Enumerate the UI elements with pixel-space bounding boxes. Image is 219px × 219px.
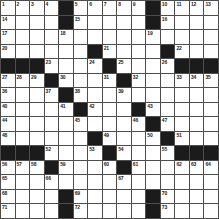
black-cell-r4-c2 — [30, 59, 44, 73]
cell-r12-c12[interactable] — [175, 175, 189, 189]
cell-r8-c9[interactable]: 46 — [132, 117, 146, 131]
black-cell-r14-c10 — [146, 204, 160, 218]
black-cell-r14-c4 — [59, 204, 73, 218]
clue-number-57: 57 — [17, 161, 22, 167]
clue-number-20: 20 — [2, 45, 7, 51]
clue-number-59: 59 — [60, 161, 65, 167]
cell-r1-c5[interactable]: 15 — [74, 16, 88, 30]
clue-number-65: 65 — [2, 175, 7, 181]
cell-r5-c4[interactable]: 30 — [59, 74, 73, 88]
clue-number-56: 56 — [2, 161, 7, 167]
cell-r10-c6[interactable]: 53 — [88, 146, 102, 160]
clue-number-6: 6 — [89, 1, 92, 7]
cell-r0-c12[interactable]: 11 — [175, 1, 189, 15]
cell-r11-c7[interactable]: 60 — [103, 161, 117, 175]
cell-r9-c4[interactable] — [59, 132, 73, 146]
cell-r0-c8[interactable]: 8 — [117, 1, 131, 15]
cell-r3-c3[interactable] — [45, 45, 59, 59]
cell-r2-c1[interactable] — [16, 30, 30, 44]
cell-r8-c1[interactable] — [16, 117, 30, 131]
cell-r9-c1[interactable] — [16, 132, 30, 146]
cell-r1-c2[interactable] — [30, 16, 44, 30]
cell-r13-c5[interactable]: 69 — [74, 190, 88, 204]
cell-r8-c13[interactable] — [190, 117, 204, 131]
black-cell-r6-c4 — [59, 88, 73, 102]
cell-r13-c9[interactable] — [132, 190, 146, 204]
cell-r10-c9[interactable] — [132, 146, 146, 160]
cell-r7-c12[interactable] — [175, 103, 189, 117]
clue-number-30: 30 — [60, 74, 65, 80]
clue-number-23: 23 — [46, 59, 51, 65]
black-cell-r7-c9 — [132, 103, 146, 117]
black-cell-r10-c14 — [204, 146, 218, 160]
cell-r0-c14[interactable]: 13 — [204, 1, 218, 15]
clue-number-2: 2 — [17, 1, 20, 7]
black-cell-r10-c1 — [16, 146, 30, 160]
black-cell-r13-c4 — [59, 190, 73, 204]
cell-r14-c13[interactable] — [190, 204, 204, 218]
clue-number-35: 35 — [205, 74, 210, 80]
clue-number-13: 13 — [205, 1, 210, 7]
clue-number-19: 19 — [147, 30, 152, 36]
cell-r0-c9[interactable]: 9 — [132, 1, 146, 15]
cell-r2-c13[interactable] — [190, 30, 204, 44]
black-cell-r7-c5 — [74, 103, 88, 117]
cell-r5-c11[interactable] — [161, 74, 175, 88]
clue-number-50: 50 — [147, 132, 152, 138]
cell-r12-c2[interactable] — [30, 175, 44, 189]
cell-r0-c6[interactable]: 6 — [88, 1, 102, 15]
cell-r11-c1[interactable]: 57 — [16, 161, 30, 175]
cell-r3-c2[interactable] — [30, 45, 44, 59]
clue-number-38: 38 — [75, 88, 80, 94]
cell-r6-c5[interactable]: 38 — [74, 88, 88, 102]
clue-number-28: 28 — [17, 74, 22, 80]
cell-r14-c8[interactable] — [117, 204, 131, 218]
cell-r2-c10[interactable]: 19 — [146, 30, 160, 44]
cell-r7-c13[interactable] — [190, 103, 204, 117]
cell-r1-c14[interactable] — [204, 16, 218, 30]
cell-r8-c7[interactable] — [103, 117, 117, 131]
clue-number-67: 67 — [118, 175, 123, 181]
cell-r11-c4[interactable]: 59 — [59, 161, 73, 175]
cell-r12-c6[interactable] — [88, 175, 102, 189]
clue-number-51: 51 — [176, 132, 181, 138]
cell-r10-c10[interactable] — [146, 146, 160, 160]
cell-r4-c3[interactable]: 23 — [45, 59, 59, 73]
black-cell-r1-c4 — [59, 16, 73, 30]
cell-r14-c3[interactable] — [45, 204, 59, 218]
cell-r11-c10[interactable] — [146, 161, 160, 175]
clue-number-29: 29 — [31, 74, 36, 80]
clue-number-39: 39 — [118, 88, 123, 94]
cell-r13-c0[interactable]: 68 — [1, 190, 15, 204]
cell-r12-c0[interactable]: 65 — [1, 175, 15, 189]
cell-r3-c7[interactable]: 21 — [103, 45, 117, 59]
cell-r14-c5[interactable]: 72 — [74, 204, 88, 218]
black-cell-r4-c1 — [16, 59, 30, 73]
black-cell-r9-c6 — [88, 132, 102, 146]
cell-r4-c9[interactable] — [132, 59, 146, 73]
cell-r11-c0[interactable]: 56 — [1, 161, 15, 175]
cell-r8-c3[interactable] — [45, 117, 59, 131]
cell-r3-c4[interactable] — [59, 45, 73, 59]
black-cell-r11-c3 — [45, 161, 59, 175]
cell-r1-c9[interactable] — [132, 16, 146, 30]
clue-number-44: 44 — [2, 117, 7, 123]
clue-number-3: 3 — [31, 1, 34, 7]
cell-r2-c7[interactable] — [103, 30, 117, 44]
clue-number-52: 52 — [46, 146, 51, 152]
black-cell-r4-c0 — [1, 59, 15, 73]
cell-r13-c12[interactable] — [175, 190, 189, 204]
cell-r5-c14[interactable]: 35 — [204, 74, 218, 88]
cell-r3-c12[interactable]: 22 — [175, 45, 189, 59]
clue-number-64: 64 — [205, 161, 210, 167]
cell-r4-c4[interactable] — [59, 59, 73, 73]
cell-r3-c13[interactable] — [190, 45, 204, 59]
clue-number-24: 24 — [89, 59, 94, 65]
cell-r8-c6[interactable] — [88, 117, 102, 131]
cell-r9-c13[interactable] — [190, 132, 204, 146]
cell-r9-c14[interactable] — [204, 132, 218, 146]
cell-r8-c5[interactable]: 45 — [74, 117, 88, 131]
cell-r12-c8[interactable]: 67 — [117, 175, 131, 189]
clue-number-63: 63 — [191, 161, 196, 167]
cell-r9-c7[interactable]: 49 — [103, 132, 117, 146]
cell-r6-c8[interactable]: 39 — [117, 88, 131, 102]
cell-r2-c0[interactable]: 17 — [1, 30, 15, 44]
cell-r7-c11[interactable] — [161, 103, 175, 117]
cell-r5-c12[interactable]: 33 — [175, 74, 189, 88]
cell-r1-c3[interactable] — [45, 16, 59, 30]
clue-number-55: 55 — [162, 146, 167, 152]
clue-number-12: 12 — [191, 1, 196, 7]
cell-r14-c14[interactable] — [204, 204, 218, 218]
cell-r5-c7[interactable]: 31 — [103, 74, 117, 88]
cell-r11-c11[interactable] — [161, 161, 175, 175]
clue-number-8: 8 — [118, 1, 121, 7]
cell-r5-c10[interactable] — [146, 74, 160, 88]
cell-r12-c13[interactable] — [190, 175, 204, 189]
cell-r3-c9[interactable] — [132, 45, 146, 59]
black-cell-r11-c8 — [117, 161, 131, 175]
cell-r1-c11[interactable]: 16 — [161, 16, 175, 30]
black-cell-r10-c0 — [1, 146, 15, 160]
cell-r8-c12[interactable] — [175, 117, 189, 131]
clue-number-47: 47 — [162, 117, 167, 123]
black-cell-r3-c6 — [88, 45, 102, 59]
cell-r3-c14[interactable] — [204, 45, 218, 59]
clue-number-54: 54 — [118, 146, 123, 152]
cell-r2-c4[interactable]: 18 — [59, 30, 73, 44]
clue-number-45: 45 — [75, 117, 80, 123]
cell-r2-c2[interactable] — [30, 30, 44, 44]
cell-r3-c5[interactable] — [74, 45, 88, 59]
cell-r12-c4[interactable] — [59, 175, 73, 189]
cell-r10-c4[interactable] — [59, 146, 73, 160]
cell-r6-c1[interactable] — [16, 88, 30, 102]
cell-r6-c12[interactable] — [175, 88, 189, 102]
clue-number-17: 17 — [2, 30, 7, 36]
clue-number-69: 69 — [75, 190, 80, 196]
cell-r1-c13[interactable] — [190, 16, 204, 30]
clue-number-60: 60 — [104, 161, 109, 167]
cell-r13-c14[interactable] — [204, 190, 218, 204]
cell-r0-c1[interactable]: 2 — [16, 1, 30, 15]
cell-r3-c0[interactable]: 20 — [1, 45, 15, 59]
cell-r1-c6[interactable] — [88, 16, 102, 30]
cell-r14-c12[interactable] — [175, 204, 189, 218]
cell-r12-c3[interactable]: 66 — [45, 175, 59, 189]
cell-r7-c8[interactable] — [117, 103, 131, 117]
cell-r12-c10[interactable] — [146, 175, 160, 189]
cell-r6-c7[interactable] — [103, 88, 117, 102]
cell-r13-c3[interactable] — [45, 190, 59, 204]
cell-r14-c7[interactable] — [103, 204, 117, 218]
cell-r7-c7[interactable] — [103, 103, 117, 117]
black-cell-r13-c10 — [146, 190, 160, 204]
cell-r2-c9[interactable] — [132, 30, 146, 44]
cell-r13-c2[interactable] — [30, 190, 44, 204]
cell-r4-c5[interactable] — [74, 59, 88, 73]
clue-number-1: 1 — [2, 1, 5, 7]
cell-r7-c0[interactable]: 40 — [1, 103, 15, 117]
cell-r10-c3[interactable]: 52 — [45, 146, 59, 160]
crossword-board: 1234567891011121314151617181920212223242… — [0, 0, 219, 219]
clue-number-58: 58 — [31, 161, 36, 167]
cell-r7-c1[interactable] — [16, 103, 30, 117]
cell-r14-c6[interactable] — [88, 204, 102, 218]
black-cell-r10-c12 — [175, 146, 189, 160]
clue-number-43: 43 — [147, 103, 152, 109]
black-cell-r4-c14 — [204, 59, 218, 73]
cell-r13-c7[interactable] — [103, 190, 117, 204]
cell-r5-c5[interactable] — [74, 74, 88, 88]
cell-r6-c13[interactable] — [190, 88, 204, 102]
cell-r0-c0[interactable]: 1 — [1, 1, 15, 15]
cell-r14-c9[interactable] — [132, 204, 146, 218]
clue-number-32: 32 — [133, 74, 138, 80]
cell-r7-c3[interactable] — [45, 103, 59, 117]
cell-r11-c13[interactable]: 63 — [190, 161, 204, 175]
cell-r6-c3[interactable]: 37 — [45, 88, 59, 102]
cell-r1-c8[interactable] — [117, 16, 131, 30]
cell-r2-c11[interactable] — [161, 30, 175, 44]
black-cell-r10-c7 — [103, 146, 117, 160]
clue-number-22: 22 — [176, 45, 181, 51]
clue-number-10: 10 — [162, 1, 167, 7]
cell-r2-c14[interactable] — [204, 30, 218, 44]
cell-r9-c12[interactable]: 51 — [175, 132, 189, 146]
clue-number-14: 14 — [2, 16, 7, 22]
clue-number-11: 11 — [176, 1, 181, 7]
cell-r8-c8[interactable] — [117, 117, 131, 131]
cell-r3-c1[interactable] — [16, 45, 30, 59]
cell-r10-c5[interactable] — [74, 146, 88, 160]
clue-number-68: 68 — [2, 190, 7, 196]
cell-r11-c6[interactable] — [88, 161, 102, 175]
cell-r2-c6[interactable] — [88, 30, 102, 44]
cell-r5-c13[interactable]: 34 — [190, 74, 204, 88]
clue-number-46: 46 — [133, 117, 138, 123]
cell-r0-c5[interactable]: 5 — [74, 1, 88, 15]
cell-r0-c7[interactable]: 7 — [103, 1, 117, 15]
clue-number-9: 9 — [133, 1, 136, 7]
cell-r13-c1[interactable] — [16, 190, 30, 204]
cell-r4-c10[interactable] — [146, 59, 160, 73]
cell-r8-c14[interactable] — [204, 117, 218, 131]
cell-r11-c14[interactable]: 64 — [204, 161, 218, 175]
cell-r7-c14[interactable] — [204, 103, 218, 117]
cell-r0-c3[interactable]: 4 — [45, 1, 59, 15]
cell-r12-c1[interactable] — [16, 175, 30, 189]
clue-number-4: 4 — [46, 1, 49, 7]
cell-r14-c1[interactable] — [16, 204, 30, 218]
black-cell-r0-c4 — [59, 1, 73, 15]
cell-r6-c0[interactable]: 36 — [1, 88, 15, 102]
cell-r14-c0[interactable]: 71 — [1, 204, 15, 218]
clue-number-72: 72 — [75, 204, 80, 210]
clue-number-25: 25 — [118, 59, 123, 65]
black-cell-r4-c13 — [190, 59, 204, 73]
cell-r5-c1[interactable]: 28 — [16, 74, 30, 88]
black-cell-r4-c12 — [175, 59, 189, 73]
cell-r10-c8[interactable]: 54 — [117, 146, 131, 160]
cell-r5-c0[interactable]: 27 — [1, 74, 15, 88]
cell-r1-c7[interactable] — [103, 16, 117, 30]
cell-r9-c0[interactable]: 48 — [1, 132, 15, 146]
cell-r7-c10[interactable]: 43 — [146, 103, 160, 117]
clue-number-36: 36 — [2, 88, 7, 94]
cell-r2-c5[interactable] — [74, 30, 88, 44]
cell-r3-c8[interactable] — [117, 45, 131, 59]
clue-number-62: 62 — [176, 161, 181, 167]
clue-number-21: 21 — [104, 45, 109, 51]
cell-r1-c12[interactable] — [175, 16, 189, 30]
cell-r6-c14[interactable] — [204, 88, 218, 102]
cell-r11-c12[interactable]: 62 — [175, 161, 189, 175]
black-cell-r9-c11 — [161, 132, 175, 146]
cell-r0-c13[interactable]: 12 — [190, 1, 204, 15]
cell-r0-c2[interactable]: 3 — [30, 1, 44, 15]
cell-r11-c5[interactable] — [74, 161, 88, 175]
clue-number-40: 40 — [2, 103, 7, 109]
cell-r6-c10[interactable] — [146, 88, 160, 102]
clue-number-27: 27 — [2, 74, 7, 80]
cell-r7-c4[interactable]: 41 — [59, 103, 73, 117]
cell-r0-c11[interactable]: 10 — [161, 1, 175, 15]
cell-r13-c6[interactable] — [88, 190, 102, 204]
black-cell-r4-c7 — [103, 59, 117, 73]
cell-r5-c9[interactable]: 32 — [132, 74, 146, 88]
cell-r1-c1[interactable] — [16, 16, 30, 30]
clue-number-48: 48 — [2, 132, 7, 138]
cell-r12-c14[interactable] — [204, 175, 218, 189]
clue-number-16: 16 — [162, 16, 167, 22]
cell-r8-c2[interactable] — [30, 117, 44, 131]
black-cell-r3-c11 — [161, 45, 175, 59]
cell-r11-c9[interactable]: 61 — [132, 161, 146, 175]
cell-r9-c5[interactable] — [74, 132, 88, 146]
cell-r12-c11[interactable] — [161, 175, 175, 189]
cell-r9-c2[interactable] — [30, 132, 44, 146]
clue-number-34: 34 — [191, 74, 196, 80]
cell-r8-c11[interactable]: 47 — [161, 117, 175, 131]
black-cell-r10-c13 — [190, 146, 204, 160]
cell-r6-c11[interactable] — [161, 88, 175, 102]
clue-number-41: 41 — [60, 103, 65, 109]
cell-r13-c13[interactable] — [190, 190, 204, 204]
cell-r4-c6[interactable]: 24 — [88, 59, 102, 73]
cell-r7-c2[interactable] — [30, 103, 44, 117]
cell-r6-c2[interactable] — [30, 88, 44, 102]
clue-number-37: 37 — [46, 88, 51, 94]
cell-r9-c8[interactable] — [117, 132, 131, 146]
cell-r4-c8[interactable]: 25 — [117, 59, 131, 73]
black-cell-r10-c2 — [30, 146, 44, 160]
clue-number-33: 33 — [176, 74, 181, 80]
cell-r13-c8[interactable] — [117, 190, 131, 204]
clue-number-5: 5 — [75, 1, 78, 7]
clue-number-66: 66 — [46, 175, 51, 181]
black-cell-r5-c8 — [117, 74, 131, 88]
cell-r5-c2[interactable]: 29 — [30, 74, 44, 88]
clue-number-18: 18 — [60, 30, 65, 36]
cell-r2-c12[interactable] — [175, 30, 189, 44]
cell-r7-c6[interactable]: 42 — [88, 103, 102, 117]
cell-r3-c10[interactable] — [146, 45, 160, 59]
cell-r13-c11[interactable]: 70 — [161, 190, 175, 204]
cell-r8-c0[interactable]: 44 — [1, 117, 15, 131]
cell-r14-c11[interactable]: 73 — [161, 204, 175, 218]
cell-r6-c9[interactable] — [132, 88, 146, 102]
clue-number-70: 70 — [162, 190, 167, 196]
clue-number-49: 49 — [104, 132, 109, 138]
clue-number-53: 53 — [89, 146, 94, 152]
black-cell-r0-c10 — [146, 1, 160, 15]
cell-r1-c0[interactable]: 14 — [1, 16, 15, 30]
clue-number-42: 42 — [89, 103, 94, 109]
cell-r12-c7[interactable] — [103, 175, 117, 189]
clue-number-26: 26 — [162, 59, 167, 65]
cell-r12-c9[interactable] — [132, 175, 146, 189]
black-cell-r8-c10 — [146, 117, 160, 131]
cell-r14-c2[interactable] — [30, 204, 44, 218]
cell-r9-c3[interactable] — [45, 132, 59, 146]
clue-number-15: 15 — [75, 16, 80, 22]
cell-r2-c8[interactable] — [117, 30, 131, 44]
black-cell-r5-c3 — [45, 74, 59, 88]
cell-r11-c2[interactable]: 58 — [30, 161, 44, 175]
cell-r10-c11[interactable]: 55 — [161, 146, 175, 160]
clue-number-61: 61 — [133, 161, 138, 167]
cell-r9-c9[interactable] — [132, 132, 146, 146]
cell-r8-c4[interactable] — [59, 117, 73, 131]
cell-r5-c6[interactable] — [88, 74, 102, 88]
cell-r4-c11[interactable]: 26 — [161, 59, 175, 73]
cell-r2-c3[interactable] — [45, 30, 59, 44]
clue-number-71: 71 — [2, 204, 7, 210]
cell-r12-c5[interactable] — [74, 175, 88, 189]
clue-number-73: 73 — [162, 204, 167, 210]
black-cell-r1-c10 — [146, 16, 160, 30]
clue-number-31: 31 — [104, 74, 109, 80]
cell-r9-c10[interactable]: 50 — [146, 132, 160, 146]
clue-number-7: 7 — [104, 1, 107, 7]
cell-r6-c6[interactable] — [88, 88, 102, 102]
